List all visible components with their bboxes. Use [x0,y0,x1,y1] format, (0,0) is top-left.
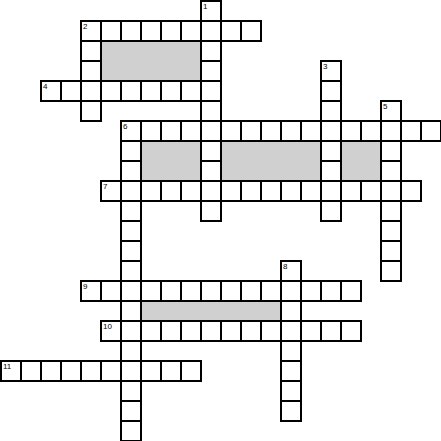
grid-cell[interactable] [200,320,222,342]
grid-cell[interactable] [80,100,102,122]
grid-cell[interactable] [80,40,102,62]
grid-cell[interactable] [20,360,42,382]
shaded-block [340,140,380,180]
grid-cell[interactable] [160,180,182,202]
grid-cell[interactable] [200,160,222,182]
grid-cell[interactable] [200,120,222,142]
grid-cell[interactable] [280,380,302,402]
grid-cell[interactable] [260,280,282,302]
grid-cell[interactable] [300,180,322,202]
shaded-block [140,300,280,320]
grid-cell[interactable] [80,80,102,102]
grid-cell[interactable] [180,80,202,102]
grid-cell[interactable]: 11 [0,360,22,382]
grid-cell[interactable] [40,360,62,382]
grid-cell[interactable] [380,200,402,222]
grid-cell[interactable] [120,160,142,182]
clue-number: 10 [103,322,112,331]
grid-cell[interactable] [380,160,402,182]
clue-number: 1 [203,2,207,11]
grid-cell[interactable] [100,360,122,382]
grid-cell[interactable] [200,280,222,302]
grid-cell[interactable] [300,120,322,142]
grid-cell[interactable]: 7 [100,180,122,202]
grid-cell[interactable] [320,140,342,162]
grid-cell[interactable] [280,360,302,382]
grid-cell[interactable] [280,320,302,342]
grid-cell[interactable] [140,20,162,42]
grid-cell[interactable] [120,180,142,202]
clue-number: 6 [123,122,127,131]
grid-cell[interactable] [220,320,242,342]
grid-cell[interactable]: 2 [80,20,102,42]
grid-cell[interactable]: 10 [100,320,122,342]
clue-number: 5 [383,102,387,111]
grid-cell[interactable] [240,20,262,42]
grid-cell[interactable] [380,140,402,162]
grid-cell[interactable] [240,120,262,142]
grid-cell[interactable] [260,320,282,342]
grid-cell[interactable] [380,120,402,142]
grid-cell[interactable] [280,280,302,302]
grid-cell[interactable] [400,180,422,202]
grid-cell[interactable] [200,20,222,42]
grid-cell[interactable]: 1 [200,0,222,22]
grid-cell[interactable] [180,120,202,142]
grid-cell[interactable]: 3 [320,60,342,82]
grid-cell[interactable] [320,200,342,222]
grid-cell[interactable] [280,120,302,142]
grid-cell[interactable] [140,180,162,202]
grid-cell[interactable]: 8 [280,260,302,282]
grid-cell[interactable] [180,20,202,42]
grid-cell[interactable] [420,120,441,142]
grid-cell[interactable] [160,80,182,102]
grid-cell[interactable] [200,80,222,102]
grid-cell[interactable] [120,240,142,262]
grid-cell[interactable] [380,260,402,282]
grid-cell[interactable] [280,180,302,202]
grid-cell[interactable] [140,80,162,102]
crossword-board: 1234567891011 [0,0,441,441]
grid-cell[interactable] [120,200,142,222]
grid-cell[interactable] [400,120,422,142]
grid-cell[interactable] [180,180,202,202]
grid-cell[interactable] [120,400,142,422]
grid-cell[interactable] [140,120,162,142]
grid-cell[interactable] [120,300,142,322]
shaded-block [140,140,200,180]
grid-cell[interactable] [300,320,322,342]
grid-cell[interactable] [220,180,242,202]
grid-cell[interactable] [140,320,162,342]
shaded-block [220,140,320,180]
grid-cell[interactable] [320,80,342,102]
grid-cell[interactable] [120,260,142,282]
grid-cell[interactable] [340,280,362,302]
grid-cell[interactable] [340,320,362,342]
grid-cell[interactable] [180,280,202,302]
grid-cell[interactable] [100,20,122,42]
grid-cell[interactable] [60,80,82,102]
grid-cell[interactable] [120,220,142,242]
grid-cell[interactable] [380,180,402,202]
grid-cell[interactable] [240,280,262,302]
grid-cell[interactable] [200,40,222,62]
grid-cell[interactable] [120,280,142,302]
grid-cell[interactable] [160,360,182,382]
clue-number: 8 [283,262,287,271]
clue-number: 9 [83,282,87,291]
clue-number: 4 [43,82,47,91]
grid-cell[interactable] [120,380,142,402]
grid-cell[interactable] [100,80,122,102]
clue-number: 7 [103,182,107,191]
grid-cell[interactable] [220,280,242,302]
grid-cell[interactable] [80,60,102,82]
grid-cell[interactable] [320,160,342,182]
grid-cell[interactable] [200,100,222,122]
grid-cell[interactable] [120,80,142,102]
grid-cell[interactable] [320,280,342,302]
grid-cell[interactable] [160,320,182,342]
grid-cell[interactable] [280,300,302,322]
grid-cell[interactable] [140,280,162,302]
grid-cell[interactable] [320,100,342,122]
grid-cell[interactable] [360,180,382,202]
grid-cell[interactable] [320,320,342,342]
grid-cell[interactable] [340,120,362,142]
grid-cell[interactable]: 5 [380,100,402,122]
grid-cell[interactable] [220,120,242,142]
grid-cell[interactable] [320,180,342,202]
grid-cell[interactable] [320,120,342,142]
grid-cell[interactable] [300,280,322,302]
grid-cell[interactable] [120,420,142,441]
grid-cell[interactable] [180,360,202,382]
grid-cell[interactable] [200,180,222,202]
grid-cell[interactable] [120,20,142,42]
grid-cell[interactable] [120,140,142,162]
grid-cell[interactable] [280,400,302,422]
grid-cell[interactable] [60,360,82,382]
grid-cell[interactable] [160,20,182,42]
grid-cell[interactable] [80,360,102,382]
grid-cell[interactable] [260,180,282,202]
grid-cell[interactable] [280,340,302,362]
grid-cell[interactable] [240,180,262,202]
grid-cell[interactable] [340,180,362,202]
grid-cell[interactable]: 9 [80,280,102,302]
grid-cell[interactable] [140,360,162,382]
grid-cell[interactable] [360,120,382,142]
grid-cell[interactable] [200,200,222,222]
grid-cell[interactable] [220,20,242,42]
grid-cell[interactable] [100,280,122,302]
clue-number: 2 [83,22,87,31]
grid-cell[interactable] [160,120,182,142]
shaded-block [100,40,200,80]
grid-cell[interactable] [120,360,142,382]
grid-cell[interactable] [380,220,402,242]
grid-cell[interactable] [200,140,222,162]
grid-cell[interactable] [240,320,262,342]
grid-cell[interactable] [200,60,222,82]
grid-cell[interactable] [180,320,202,342]
grid-cell[interactable] [120,320,142,342]
grid-cell[interactable]: 4 [40,80,62,102]
grid-cell[interactable] [260,120,282,142]
grid-cell[interactable] [120,340,142,362]
grid-cell[interactable] [380,240,402,262]
clue-number: 11 [3,362,11,371]
grid-cell[interactable]: 6 [120,120,142,142]
grid-cell[interactable] [160,280,182,302]
clue-number: 3 [323,62,327,71]
